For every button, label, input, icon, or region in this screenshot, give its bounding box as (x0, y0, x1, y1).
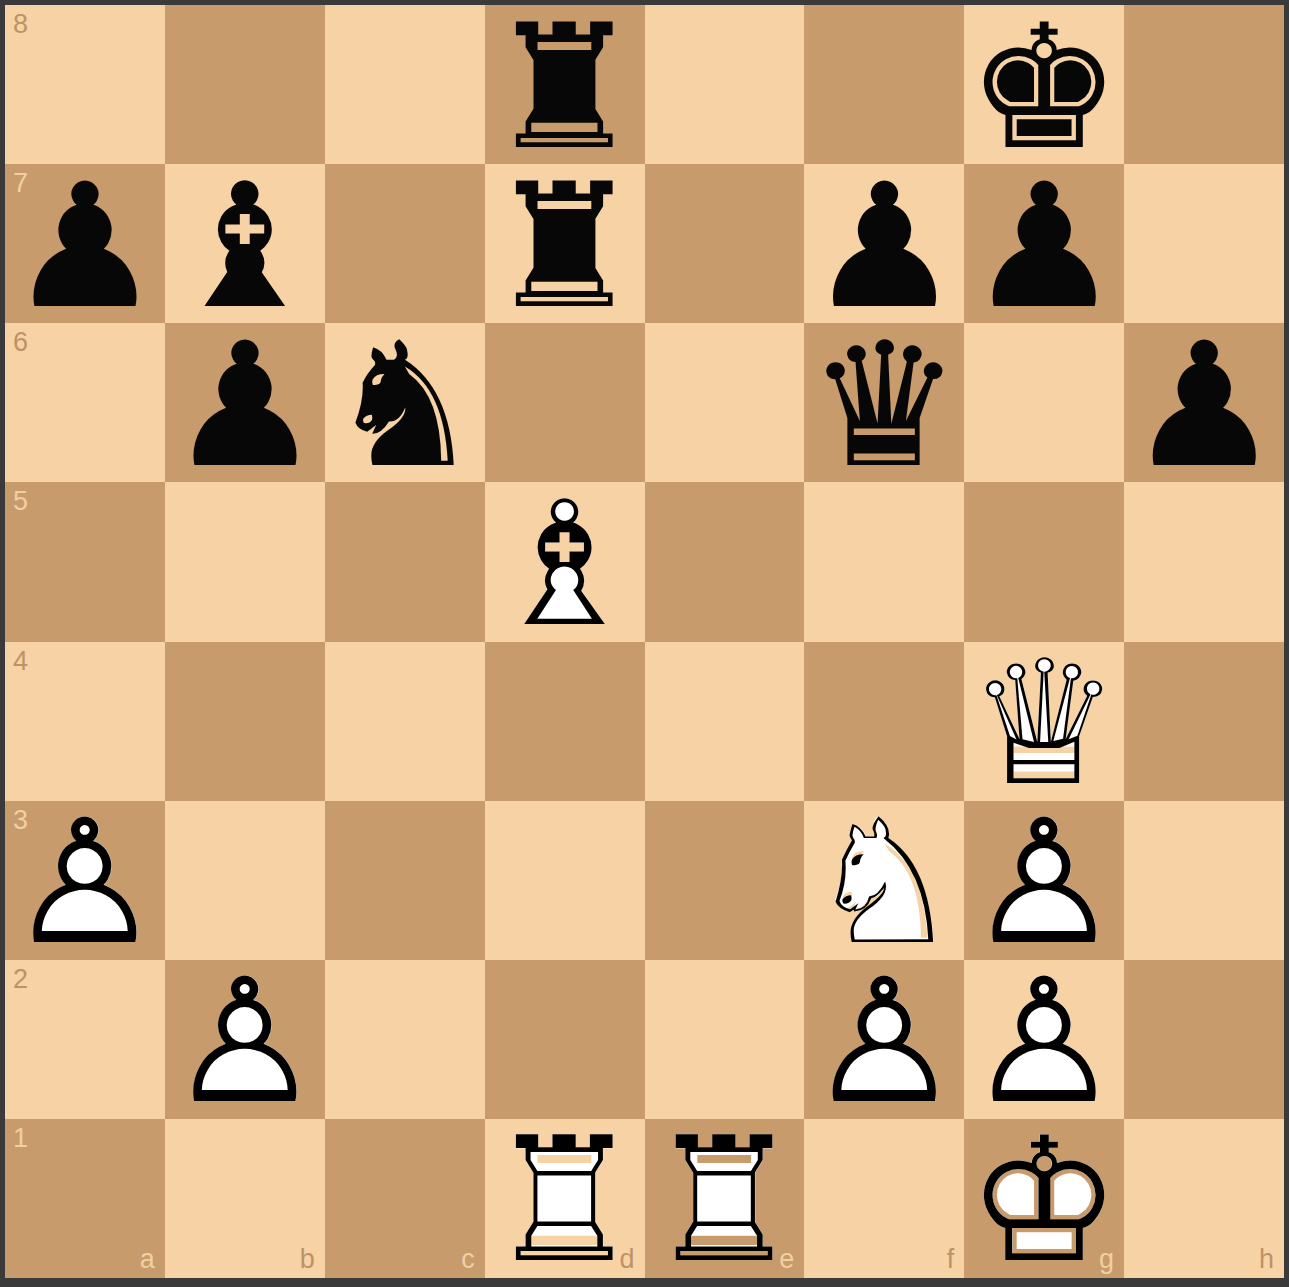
piece-glyph-fill: ♟ (1124, 323, 1284, 482)
square-e7[interactable] (645, 164, 805, 323)
square-g2[interactable]: ♟♙ (964, 960, 1124, 1119)
white-pawn-g3[interactable]: ♟♙ (964, 801, 1124, 960)
square-g8[interactable]: ♚ (964, 5, 1124, 164)
square-c2[interactable] (325, 960, 485, 1119)
square-e5[interactable] (645, 482, 805, 641)
square-f8[interactable] (804, 5, 964, 164)
square-g5[interactable] (964, 482, 1124, 641)
file-label-b: b (300, 1246, 315, 1273)
square-a8[interactable]: 8 (5, 5, 165, 164)
piece-glyph-fill: ♛ (964, 642, 1124, 801)
black-rook-d7[interactable]: ♜ (485, 164, 645, 323)
black-pawn-f7[interactable]: ♟ (804, 164, 964, 323)
piece-glyph-fill: ♚ (964, 5, 1124, 164)
white-knight-f3[interactable]: ♞♘ (804, 801, 964, 960)
piece-glyph-fill: ♟ (5, 164, 165, 323)
white-pawn-a3[interactable]: ♟♙ (5, 801, 165, 960)
square-g6[interactable] (964, 323, 1124, 482)
square-e3[interactable] (645, 801, 805, 960)
rank-label-8: 8 (13, 11, 28, 38)
square-d4[interactable] (485, 642, 645, 801)
square-a2[interactable]: 2 (5, 960, 165, 1119)
piece-glyph-outline: ♖ (485, 1119, 645, 1278)
square-f6[interactable]: ♛ (804, 323, 964, 482)
square-e8[interactable] (645, 5, 805, 164)
square-b6[interactable]: ♟ (165, 323, 325, 482)
square-e4[interactable] (645, 642, 805, 801)
black-king-g8[interactable]: ♚ (964, 5, 1124, 164)
piece-glyph-fill: ♛ (804, 323, 964, 482)
square-d8[interactable]: ♜ (485, 5, 645, 164)
piece-glyph-fill: ♟ (964, 960, 1124, 1119)
piece-glyph-fill: ♚ (964, 1119, 1124, 1278)
piece-glyph-fill: ♟ (964, 801, 1124, 960)
piece-glyph-outline: ♙ (5, 801, 165, 960)
white-pawn-b2[interactable]: ♟♙ (165, 960, 325, 1119)
square-a4[interactable]: 4 (5, 642, 165, 801)
square-g7[interactable]: ♟ (964, 164, 1124, 323)
piece-glyph-fill: ♜ (485, 5, 645, 164)
square-b1[interactable]: b (165, 1119, 325, 1278)
square-h4[interactable] (1124, 642, 1284, 801)
square-g4[interactable]: ♛♕ (964, 642, 1124, 801)
square-d5[interactable]: ♝♗ (485, 482, 645, 641)
piece-glyph-fill: ♜ (645, 1119, 805, 1278)
white-rook-e1[interactable]: ♜♖ (645, 1119, 805, 1278)
piece-glyph-outline: ♙ (964, 960, 1124, 1119)
white-pawn-f2[interactable]: ♟♙ (804, 960, 964, 1119)
square-b2[interactable]: ♟♙ (165, 960, 325, 1119)
piece-glyph-fill: ♝ (485, 482, 645, 641)
square-d1[interactable]: d♜♖ (485, 1119, 645, 1278)
square-h1[interactable]: h (1124, 1119, 1284, 1278)
piece-glyph-fill: ♟ (165, 323, 325, 482)
file-label-a: a (140, 1246, 155, 1273)
board-frame: 8♜♚7♟♝♜♟♟6♟♞♛♟5♝♗4♛♕3♟♙♞♘♟♙2♟♙♟♙♟♙1abcd♜… (0, 0, 1289, 1287)
square-b7[interactable]: ♝ (165, 164, 325, 323)
square-h5[interactable] (1124, 482, 1284, 641)
square-h6[interactable]: ♟ (1124, 323, 1284, 482)
piece-glyph-outline: ♙ (964, 801, 1124, 960)
white-bishop-d5[interactable]: ♝♗ (485, 482, 645, 641)
rank-label-6: 6 (13, 329, 28, 356)
square-g1[interactable]: g♚♔ (964, 1119, 1124, 1278)
square-c6[interactable]: ♞ (325, 323, 485, 482)
white-pawn-g2[interactable]: ♟♙ (964, 960, 1124, 1119)
square-h7[interactable] (1124, 164, 1284, 323)
black-pawn-g7[interactable]: ♟ (964, 164, 1124, 323)
rank-label-1: 1 (13, 1125, 28, 1152)
square-a1[interactable]: 1a (5, 1119, 165, 1278)
square-f4[interactable] (804, 642, 964, 801)
square-b5[interactable] (165, 482, 325, 641)
square-f1[interactable]: f (804, 1119, 964, 1278)
white-queen-g4[interactable]: ♛♕ (964, 642, 1124, 801)
piece-glyph-fill: ♟ (5, 801, 165, 960)
piece-glyph-fill: ♟ (804, 164, 964, 323)
square-a5[interactable]: 5 (5, 482, 165, 641)
piece-glyph-outline: ♖ (645, 1119, 805, 1278)
square-f5[interactable] (804, 482, 964, 641)
square-c5[interactable] (325, 482, 485, 641)
rank-label-2: 2 (13, 966, 28, 993)
black-queen-f6[interactable]: ♛ (804, 323, 964, 482)
piece-glyph-outline: ♔ (964, 1119, 1124, 1278)
piece-glyph-fill: ♜ (485, 1119, 645, 1278)
square-d6[interactable] (485, 323, 645, 482)
square-b8[interactable] (165, 5, 325, 164)
square-f2[interactable]: ♟♙ (804, 960, 964, 1119)
black-pawn-h6[interactable]: ♟ (1124, 323, 1284, 482)
square-d2[interactable] (485, 960, 645, 1119)
rank-label-5: 5 (13, 488, 28, 515)
square-a7[interactable]: 7♟ (5, 164, 165, 323)
piece-glyph-fill: ♟ (964, 164, 1124, 323)
square-f3[interactable]: ♞♘ (804, 801, 964, 960)
square-a6[interactable]: 6 (5, 323, 165, 482)
file-label-f: f (947, 1246, 955, 1273)
square-h8[interactable] (1124, 5, 1284, 164)
square-e2[interactable] (645, 960, 805, 1119)
square-f7[interactable]: ♟ (804, 164, 964, 323)
white-king-g1[interactable]: ♚♔ (964, 1119, 1124, 1278)
piece-glyph-outline: ♗ (485, 482, 645, 641)
square-c1[interactable]: c (325, 1119, 485, 1278)
square-c4[interactable] (325, 642, 485, 801)
black-rook-d8[interactable]: ♜ (485, 5, 645, 164)
black-pawn-b6[interactable]: ♟ (165, 323, 325, 482)
rank-label-4: 4 (13, 648, 28, 675)
square-g3[interactable]: ♟♙ (964, 801, 1124, 960)
square-e6[interactable] (645, 323, 805, 482)
piece-glyph-outline: ♙ (804, 960, 964, 1119)
square-c7[interactable] (325, 164, 485, 323)
square-d7[interactable]: ♜ (485, 164, 645, 323)
black-bishop-b7[interactable]: ♝ (165, 164, 325, 323)
square-e1[interactable]: e♜♖ (645, 1119, 805, 1278)
file-label-h: h (1259, 1246, 1274, 1273)
white-rook-d1[interactable]: ♜♖ (485, 1119, 645, 1278)
piece-glyph-fill: ♞ (804, 801, 964, 960)
black-knight-c6[interactable]: ♞ (325, 323, 485, 482)
piece-glyph-fill: ♟ (804, 960, 964, 1119)
square-a3[interactable]: 3♟♙ (5, 801, 165, 960)
square-c8[interactable] (325, 5, 485, 164)
piece-glyph-outline: ♙ (165, 960, 325, 1119)
piece-glyph-fill: ♞ (325, 323, 485, 482)
piece-glyph-fill: ♜ (485, 164, 645, 323)
square-b4[interactable] (165, 642, 325, 801)
file-label-c: c (461, 1246, 475, 1273)
piece-glyph-outline: ♘ (804, 801, 964, 960)
piece-glyph-fill: ♝ (165, 164, 325, 323)
piece-glyph-fill: ♟ (165, 960, 325, 1119)
black-pawn-a7[interactable]: ♟ (5, 164, 165, 323)
piece-glyph-outline: ♕ (964, 642, 1124, 801)
chess-board: 8♜♚7♟♝♜♟♟6♟♞♛♟5♝♗4♛♕3♟♙♞♘♟♙2♟♙♟♙♟♙1abcd♜… (5, 5, 1284, 1278)
square-c3[interactable] (325, 801, 485, 960)
square-h2[interactable] (1124, 960, 1284, 1119)
square-h3[interactable] (1124, 801, 1284, 960)
square-b3[interactable] (165, 801, 325, 960)
square-d3[interactable] (485, 801, 645, 960)
